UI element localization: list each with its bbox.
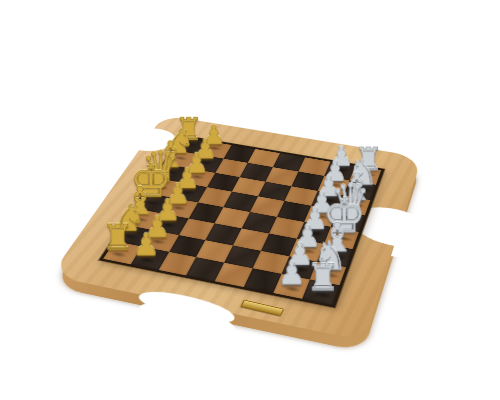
square-d1	[146, 178, 181, 198]
playing-area	[99, 135, 385, 308]
square-h8	[302, 280, 339, 305]
product-photo-scene: ♜♟♟♜♞♟♟♞♝♟♟♝♛♟♟♛♚♟♟♚♝♟♟♝♞♟♟♞♜♟♟♜	[0, 0, 500, 400]
brass-plaque	[240, 300, 284, 316]
